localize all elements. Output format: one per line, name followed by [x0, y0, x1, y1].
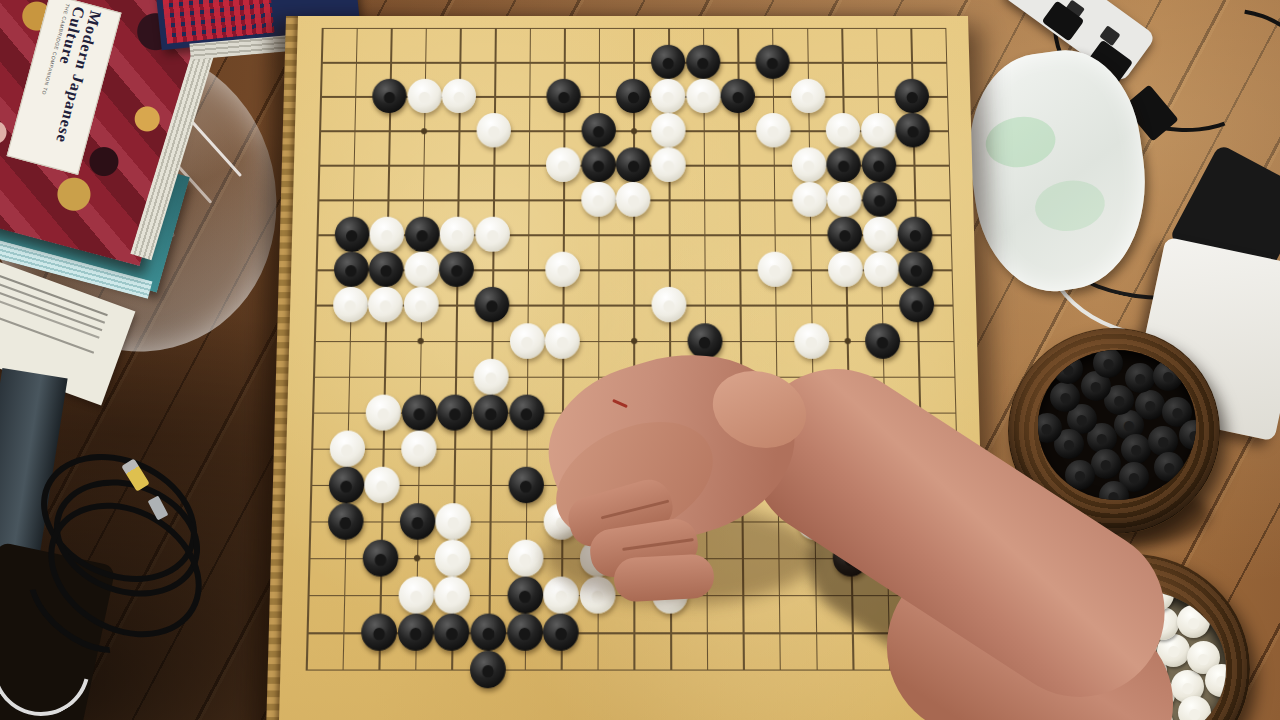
white-stone[interactable]: ●: [861, 113, 896, 147]
bowl-stone-black[interactable]: ●: [1093, 350, 1123, 378]
book-title-text: Modern Japanese Culture: [30, 4, 103, 165]
black-stone[interactable]: ●: [401, 394, 437, 430]
black-stone[interactable]: ●: [651, 45, 685, 79]
black-stone[interactable]: ●: [862, 182, 897, 217]
white-stone[interactable]: ●: [509, 323, 544, 359]
bowl-stone-white[interactable]: ●: [1178, 696, 1211, 720]
curled-finger: [613, 553, 715, 602]
black-stone[interactable]: ●: [507, 577, 543, 614]
bowl-stone-black[interactable]: ●: [1091, 449, 1121, 479]
white-stone[interactable]: ●: [863, 217, 898, 252]
bowl-stone-black[interactable]: ●: [1179, 420, 1196, 450]
white-stone[interactable]: ●: [794, 323, 829, 359]
black-stone[interactable]: ●: [581, 148, 615, 183]
bowl-stone-black[interactable]: ●: [1121, 434, 1151, 464]
black-stone[interactable]: ●: [687, 323, 722, 359]
bag-green-tint: [982, 112, 1058, 171]
black-stone[interactable]: ●: [397, 614, 433, 651]
black-stone[interactable]: ●: [327, 503, 363, 540]
white-stone[interactable]: ●: [507, 540, 543, 577]
star-point: [414, 555, 420, 561]
black-stone[interactable]: ●: [686, 45, 720, 79]
black-stone[interactable]: ●: [473, 394, 508, 430]
white-stone[interactable]: ●: [401, 430, 437, 466]
black-stone[interactable]: ●: [507, 614, 543, 651]
black-stone[interactable]: ●: [581, 113, 615, 147]
photo-scene: THE CAMBRIDGE COMPANION TO Modern Japane…: [0, 0, 1280, 720]
white-stone[interactable]: ●: [863, 252, 898, 287]
black-stone[interactable]: ●: [508, 467, 544, 503]
white-stone[interactable]: ●: [329, 430, 365, 466]
black-bowl-cavity: ●●●●●●●●●●●●●●●●●●●●●●: [1038, 350, 1196, 500]
white-stone[interactable]: ●: [790, 79, 825, 113]
bowl-stone-black[interactable]: ●: [1148, 426, 1178, 456]
white-stone[interactable]: ●: [792, 182, 827, 217]
black-stone[interactable]: ●: [865, 323, 901, 359]
white-stone[interactable]: ●: [473, 358, 508, 394]
white-stone[interactable]: ●: [581, 182, 616, 217]
black-stone[interactable]: ●: [509, 394, 544, 430]
bowl-stone-black[interactable]: ●: [1135, 390, 1165, 420]
black-stone[interactable]: ●: [328, 467, 364, 503]
bowl-stone-black[interactable]: ●: [1154, 452, 1184, 482]
white-stone[interactable]: ●: [398, 577, 434, 614]
star-point: [421, 128, 427, 134]
white-stone[interactable]: ●: [686, 79, 720, 113]
bowl-stone-black[interactable]: ●: [1050, 382, 1080, 412]
black-stone[interactable]: ●: [861, 148, 896, 183]
black-stone[interactable]: ●: [399, 503, 435, 540]
bowl-stone-black[interactable]: ●: [1125, 363, 1155, 393]
star-point: [631, 338, 637, 344]
star-point: [418, 338, 424, 344]
bowl-stone-white[interactable]: ●: [1205, 664, 1226, 697]
bowl-stone-white[interactable]: ●: [1177, 605, 1210, 638]
white-stone[interactable]: ●: [545, 323, 580, 359]
bowl-stone-black[interactable]: ●: [1065, 460, 1095, 490]
mla-title-text: MLA: [285, 0, 324, 3]
bowl-stone-black[interactable]: ●: [1053, 354, 1083, 384]
white-stone[interactable]: ●: [756, 113, 791, 147]
book-cover-label: THE CAMBRIDGE COMPANION TO Modern Japane…: [7, 0, 122, 175]
white-stone[interactable]: ●: [791, 148, 826, 183]
star-point: [844, 338, 850, 344]
white-stone[interactable]: ●: [651, 79, 685, 113]
star-point: [631, 128, 637, 134]
black-stone[interactable]: ●: [755, 45, 790, 79]
bowl-stone-black[interactable]: ●: [1153, 361, 1183, 391]
